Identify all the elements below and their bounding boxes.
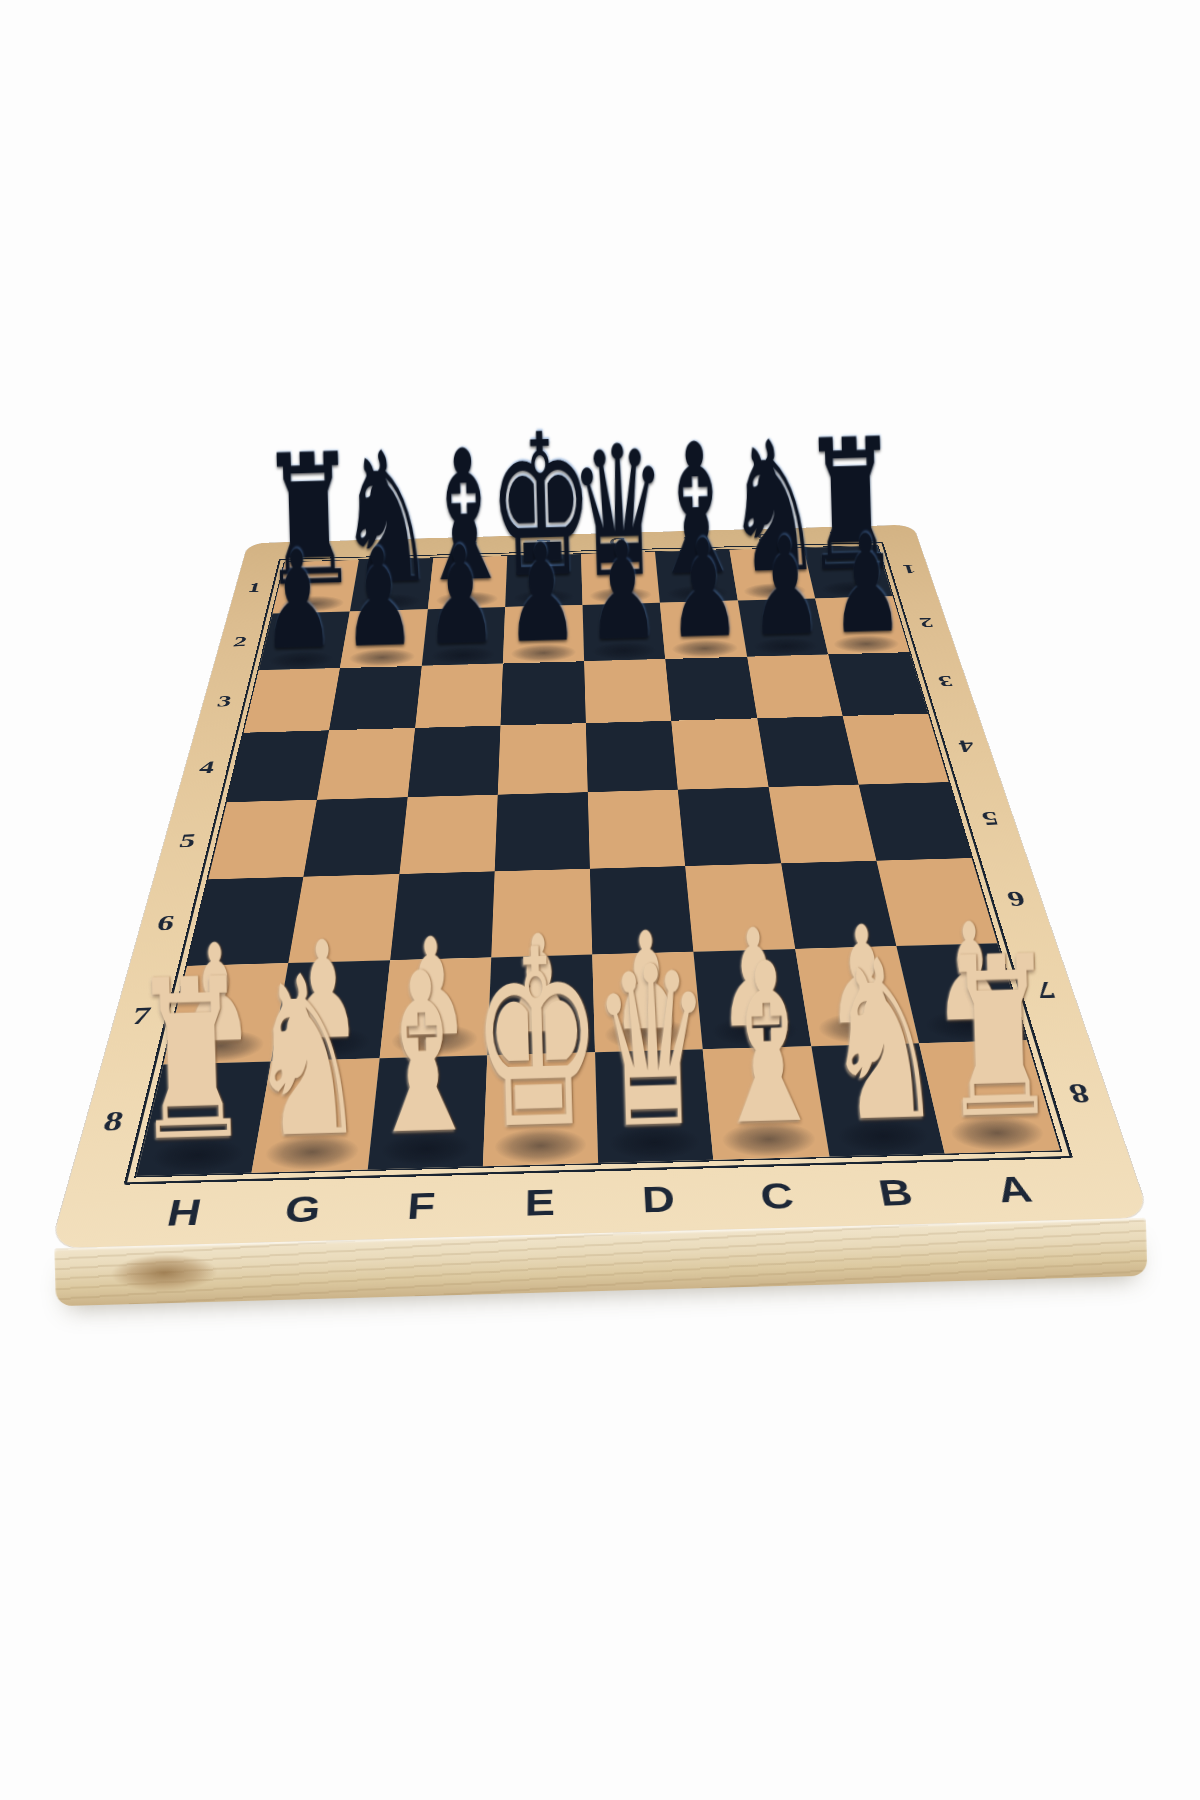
square-a8: ♜ [919,1040,1060,1153]
file-label-bottom-b: B [832,1165,961,1222]
square-d3 [584,659,671,723]
square-h2: ♟ [259,612,350,671]
file-label-bottom-f: F [359,1178,482,1235]
piece-shadow [816,1012,907,1045]
square-d7: ♟ [592,952,703,1052]
square-c8: ♝ [703,1046,829,1160]
square-d1: ♛ [581,552,660,605]
square-h8: ♜ [136,1061,271,1176]
file-label-top-a: A [800,528,877,544]
square-d8: ♛ [595,1049,714,1163]
square-a4 [842,714,948,785]
piece-black-bishop-c1: ♝ [645,419,747,602]
square-g5 [304,797,408,877]
square-b1: ♞ [729,548,815,601]
chess-board: HGFEDCBA HGFEDCBA 12345678 12345678 ♜♞♝♚… [50,525,1150,1249]
square-a2: ♟ [815,596,909,654]
piece-shadow [264,1133,360,1171]
file-label-bottom-c: C [715,1168,841,1225]
square-d5 [588,789,686,868]
square-e1: ♚ [505,554,583,607]
piece-shadow [348,648,415,667]
square-b4 [757,716,858,787]
piece-shadow [435,591,498,609]
square-d6 [590,866,694,955]
piece-shadow [608,1124,701,1161]
square-h7: ♟ [163,963,288,1064]
square-c1: ♝ [655,550,737,603]
board-scene: HGFEDCBA HGFEDCBA 12345678 12345678 ♜♞♝♚… [11,0,1150,1250]
square-h3 [244,668,340,733]
square-a5 [858,782,971,861]
square-g7: ♟ [271,960,389,1061]
file-label-bottom-g: G [239,1181,365,1238]
piece-shadow [605,1018,692,1051]
square-g2: ♟ [340,609,427,668]
square-g1: ♞ [350,558,433,611]
square-e8: ♚ [483,1052,598,1166]
piece-shadow [379,1130,473,1167]
file-label-bottom-a: A [949,1161,1082,1218]
piece-shadow [430,646,496,665]
square-e7: ♟ [487,955,595,1055]
square-c2: ♟ [660,601,747,659]
piece-shadow [390,1024,478,1057]
square-a6 [876,858,997,946]
piece-shadow [752,637,820,656]
square-g6 [288,874,399,963]
square-b7: ♟ [795,946,919,1046]
square-f3 [415,663,503,727]
square-c4 [671,718,768,789]
file-label-bottom-h: H [118,1184,248,1241]
square-b5 [768,784,876,863]
square-f7: ♟ [379,958,491,1059]
piece-shadow [175,1029,267,1062]
piece-black-rook-h1: ♜ [258,430,360,613]
file-label-top-e: E [507,536,581,552]
square-c5 [678,787,781,866]
square-h5 [208,799,317,879]
square-f1: ♝ [428,556,508,609]
square-c7: ♟ [694,949,811,1049]
board-tilt-wrapper: HGFEDCBA HGFEDCBA 12345678 12345678 ♜♞♝♚… [0,0,1200,1800]
piece-shadow [721,1121,817,1158]
square-a7: ♟ [896,943,1026,1043]
square-d2: ♟ [583,603,666,661]
piece-shadow [672,639,739,658]
square-e3 [500,661,586,725]
piece-shadow [282,1027,372,1060]
file-label-top-h: H [285,542,362,558]
file-label-top-c: C [654,532,729,548]
piece-shadow [280,595,345,613]
file-label-top-b: B [727,530,803,546]
piece-shadow [819,580,885,597]
square-h6 [187,877,303,966]
square-b2: ♟ [738,599,829,657]
piece-shadow [267,650,335,669]
square-g4 [317,728,415,800]
square-c6 [685,863,795,952]
file-label-bottom-d: D [598,1171,720,1228]
square-h4 [227,730,329,802]
square-b3 [747,654,843,718]
square-g3 [329,666,421,731]
file-label-top-g: G [359,540,435,556]
square-f8: ♝ [367,1055,487,1169]
square-a3 [828,652,928,716]
piece-shadow [947,1114,1048,1151]
square-d4 [586,721,678,792]
piece-shadow [358,593,422,611]
piece-shadow [511,643,576,662]
piece-black-rook-a1: ♜ [800,414,902,597]
square-f4 [407,726,500,797]
piece-shadow [592,641,658,660]
piece-shadow [666,584,730,601]
file-label-top-f: F [433,538,508,554]
piece-shadow [832,634,901,653]
page-background: HGFEDCBA HGFEDCBA 12345678 12345678 ♜♞♝♚… [0,0,1200,1800]
square-e6 [491,869,592,958]
piece-black-queen-d1: ♛ [568,421,670,604]
piece-shadow [590,587,653,605]
square-g8: ♞ [252,1058,379,1173]
square-f2: ♟ [421,607,505,666]
square-e4 [498,723,588,794]
square-c3 [665,657,756,721]
piece-shadow [513,589,575,607]
square-f5 [399,794,498,874]
piece-shadow [834,1118,932,1155]
file-label-top-d: D [581,534,655,550]
piece-shadow [710,1015,799,1048]
square-h1: ♜ [272,560,359,614]
piece-shadow [494,1127,586,1164]
piece-shadow [922,1009,1016,1042]
piece-shadow [743,582,808,599]
square-e5 [494,792,589,871]
piece-shadow [148,1137,247,1175]
file-label-bottom-e: E [480,1174,600,1231]
square-a1: ♜ [803,546,892,599]
piece-shadow [498,1021,584,1054]
square-e2: ♟ [503,605,584,663]
square-f6 [390,871,495,960]
